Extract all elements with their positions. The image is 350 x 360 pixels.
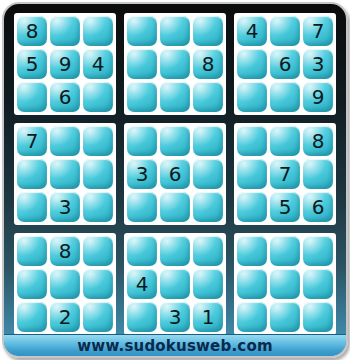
cell-r7c4[interactable] [127,236,157,266]
cell-r8c6[interactable] [193,269,223,299]
cell-r8c7[interactable] [237,269,267,299]
box-8: 431 [124,233,226,335]
cell-r2c7[interactable] [237,49,267,79]
cell-r9c3[interactable] [83,302,113,332]
cell-r4c7[interactable] [237,126,267,156]
cell-r2c6[interactable]: 8 [193,49,223,79]
cell-r1c8[interactable] [270,16,300,46]
cell-r8c5[interactable] [160,269,190,299]
cell-r2c3[interactable]: 4 [83,49,113,79]
cell-r4c9[interactable]: 8 [303,126,333,156]
cell-r5c7[interactable] [237,159,267,189]
box-6: 8756 [234,123,336,225]
box-1: 85946 [14,13,116,115]
sudoku-grid: 85946 8 47639 73 36 8756 82 431 [14,13,336,335]
cell-r2c1[interactable]: 5 [17,49,47,79]
cell-r6c1[interactable] [17,192,47,222]
cell-r1c2[interactable] [50,16,80,46]
cell-r9c2[interactable]: 2 [50,302,80,332]
cell-r6c7[interactable] [237,192,267,222]
box-5: 36 [124,123,226,225]
cell-r8c4[interactable]: 4 [127,269,157,299]
cell-r6c8[interactable]: 5 [270,192,300,222]
cell-r6c4[interactable] [127,192,157,222]
cell-r1c4[interactable] [127,16,157,46]
cell-r3c3[interactable] [83,82,113,112]
box-4: 73 [14,123,116,225]
cell-r9c6[interactable]: 1 [193,302,223,332]
cell-r2c2[interactable]: 9 [50,49,80,79]
cell-r3c4[interactable] [127,82,157,112]
cell-r6c3[interactable] [83,192,113,222]
cell-r5c1[interactable] [17,159,47,189]
cell-r4c3[interactable] [83,126,113,156]
cell-r2c5[interactable] [160,49,190,79]
site-link[interactable]: www.sudokusweb.com [77,337,272,355]
cell-r5c2[interactable] [50,159,80,189]
cell-r3c8[interactable] [270,82,300,112]
cell-r1c9[interactable]: 7 [303,16,333,46]
cell-r2c8[interactable]: 6 [270,49,300,79]
cell-r9c7[interactable] [237,302,267,332]
cell-r1c6[interactable] [193,16,223,46]
cell-r4c4[interactable] [127,126,157,156]
cell-r9c4[interactable] [127,302,157,332]
cell-r8c1[interactable] [17,269,47,299]
sudoku-board: 85946 8 47639 73 36 8756 82 431 www.sudo… [2,2,348,358]
cell-r4c5[interactable] [160,126,190,156]
box-2: 8 [124,13,226,115]
cell-r5c9[interactable] [303,159,333,189]
cell-r8c9[interactable] [303,269,333,299]
cell-r1c1[interactable]: 8 [17,16,47,46]
cell-r5c5[interactable]: 6 [160,159,190,189]
footer-bar: www.sudokusweb.com [4,334,346,356]
cell-r6c6[interactable] [193,192,223,222]
cell-r6c9[interactable]: 6 [303,192,333,222]
cell-r4c6[interactable] [193,126,223,156]
cell-r4c2[interactable] [50,126,80,156]
cell-r1c7[interactable]: 4 [237,16,267,46]
cell-r1c5[interactable] [160,16,190,46]
cell-r7c9[interactable] [303,236,333,266]
cell-r8c2[interactable] [50,269,80,299]
cell-r4c1[interactable]: 7 [17,126,47,156]
cell-r8c8[interactable] [270,269,300,299]
cell-r8c3[interactable] [83,269,113,299]
cell-r9c1[interactable] [17,302,47,332]
cell-r6c2[interactable]: 3 [50,192,80,222]
box-3: 47639 [234,13,336,115]
cell-r6c5[interactable] [160,192,190,222]
cell-r2c4[interactable] [127,49,157,79]
cell-r3c7[interactable] [237,82,267,112]
cell-r5c4[interactable]: 3 [127,159,157,189]
cell-r1c3[interactable] [83,16,113,46]
box-7: 82 [14,233,116,335]
cell-r3c6[interactable] [193,82,223,112]
cell-r2c9[interactable]: 3 [303,49,333,79]
cell-r9c8[interactable] [270,302,300,332]
cell-r3c2[interactable]: 6 [50,82,80,112]
cell-r5c3[interactable] [83,159,113,189]
cell-r5c6[interactable] [193,159,223,189]
cell-r3c9[interactable]: 9 [303,82,333,112]
cell-r9c9[interactable] [303,302,333,332]
cell-r3c5[interactable] [160,82,190,112]
cell-r7c5[interactable] [160,236,190,266]
cell-r5c8[interactable]: 7 [270,159,300,189]
cell-r7c8[interactable] [270,236,300,266]
cell-r7c7[interactable] [237,236,267,266]
cell-r7c3[interactable] [83,236,113,266]
box-9 [234,233,336,335]
cell-r3c1[interactable] [17,82,47,112]
cell-r7c1[interactable] [17,236,47,266]
cell-r7c2[interactable]: 8 [50,236,80,266]
cell-r9c5[interactable]: 3 [160,302,190,332]
cell-r7c6[interactable] [193,236,223,266]
cell-r4c8[interactable] [270,126,300,156]
